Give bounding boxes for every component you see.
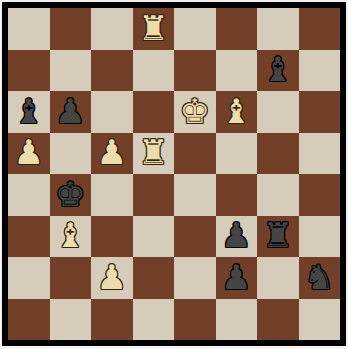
- square-d6[interactable]: [133, 91, 175, 133]
- square-h8[interactable]: [299, 8, 341, 50]
- square-f5[interactable]: [216, 133, 258, 175]
- square-b1[interactable]: [50, 299, 92, 341]
- square-d7[interactable]: [133, 50, 175, 92]
- square-e8[interactable]: [174, 8, 216, 50]
- square-g2[interactable]: [257, 257, 299, 299]
- square-g7[interactable]: ♝: [257, 50, 299, 92]
- square-h1[interactable]: [299, 299, 341, 341]
- square-f4[interactable]: [216, 174, 258, 216]
- square-g6[interactable]: [257, 91, 299, 133]
- square-c8[interactable]: [91, 8, 133, 50]
- black-pawn[interactable]: ♟: [221, 218, 251, 252]
- square-h5[interactable]: [299, 133, 341, 175]
- square-g1[interactable]: [257, 299, 299, 341]
- black-bishop[interactable]: ♝: [14, 94, 44, 128]
- square-e2[interactable]: [174, 257, 216, 299]
- square-b4[interactable]: ♚: [50, 174, 92, 216]
- white-pawn[interactable]: ♟: [97, 135, 127, 169]
- black-rook[interactable]: ♜: [263, 218, 293, 252]
- square-f8[interactable]: [216, 8, 258, 50]
- white-pawn[interactable]: ♟: [97, 260, 127, 294]
- black-pawn[interactable]: ♟: [55, 94, 85, 128]
- square-a5[interactable]: ♟: [8, 133, 50, 175]
- black-pawn[interactable]: ♟: [221, 260, 251, 294]
- square-c3[interactable]: [91, 216, 133, 258]
- square-e5[interactable]: [174, 133, 216, 175]
- square-a1[interactable]: [8, 299, 50, 341]
- square-e3[interactable]: [174, 216, 216, 258]
- square-d5[interactable]: ♜: [133, 133, 175, 175]
- square-c2[interactable]: ♟: [91, 257, 133, 299]
- square-h3[interactable]: [299, 216, 341, 258]
- chess-board[interactable]: ♜♝♝♟♚♝♟♟♜♚♝♟♜♟♟♞: [8, 8, 340, 340]
- square-f7[interactable]: [216, 50, 258, 92]
- square-b5[interactable]: [50, 133, 92, 175]
- white-pawn[interactable]: ♟: [14, 135, 44, 169]
- square-a2[interactable]: [8, 257, 50, 299]
- square-e4[interactable]: [174, 174, 216, 216]
- square-f1[interactable]: [216, 299, 258, 341]
- square-d3[interactable]: [133, 216, 175, 258]
- square-d1[interactable]: [133, 299, 175, 341]
- square-h7[interactable]: [299, 50, 341, 92]
- square-h2[interactable]: ♞: [299, 257, 341, 299]
- square-f3[interactable]: ♟: [216, 216, 258, 258]
- square-e6[interactable]: ♚: [174, 91, 216, 133]
- square-b7[interactable]: [50, 50, 92, 92]
- square-h6[interactable]: [299, 91, 341, 133]
- square-a7[interactable]: [8, 50, 50, 92]
- square-e7[interactable]: [174, 50, 216, 92]
- square-g4[interactable]: [257, 174, 299, 216]
- square-c6[interactable]: [91, 91, 133, 133]
- square-c1[interactable]: [91, 299, 133, 341]
- square-d4[interactable]: [133, 174, 175, 216]
- square-b3[interactable]: ♝: [50, 216, 92, 258]
- square-h4[interactable]: [299, 174, 341, 216]
- square-g8[interactable]: [257, 8, 299, 50]
- square-c7[interactable]: [91, 50, 133, 92]
- square-c5[interactable]: ♟: [91, 133, 133, 175]
- square-b8[interactable]: [50, 8, 92, 50]
- square-c4[interactable]: [91, 174, 133, 216]
- black-knight[interactable]: ♞: [304, 260, 334, 294]
- square-a4[interactable]: [8, 174, 50, 216]
- square-f6[interactable]: ♝: [216, 91, 258, 133]
- black-bishop[interactable]: ♝: [263, 52, 293, 86]
- square-b6[interactable]: ♟: [50, 91, 92, 133]
- white-rook[interactable]: ♜: [138, 135, 168, 169]
- square-g5[interactable]: [257, 133, 299, 175]
- square-f2[interactable]: ♟: [216, 257, 258, 299]
- square-a6[interactable]: ♝: [8, 91, 50, 133]
- white-bishop[interactable]: ♝: [221, 94, 251, 128]
- white-bishop[interactable]: ♝: [55, 218, 85, 252]
- white-rook[interactable]: ♜: [138, 11, 168, 45]
- chess-app-window: ♜♝♝♟♚♝♟♟♜♚♝♟♜♟♟♞: [0, 0, 348, 349]
- square-b2[interactable]: [50, 257, 92, 299]
- square-d8[interactable]: ♜: [133, 8, 175, 50]
- square-a8[interactable]: [8, 8, 50, 50]
- square-a3[interactable]: [8, 216, 50, 258]
- square-e1[interactable]: [174, 299, 216, 341]
- black-king[interactable]: ♚: [55, 177, 85, 211]
- white-king[interactable]: ♚: [180, 94, 210, 128]
- square-g3[interactable]: ♜: [257, 216, 299, 258]
- square-d2[interactable]: [133, 257, 175, 299]
